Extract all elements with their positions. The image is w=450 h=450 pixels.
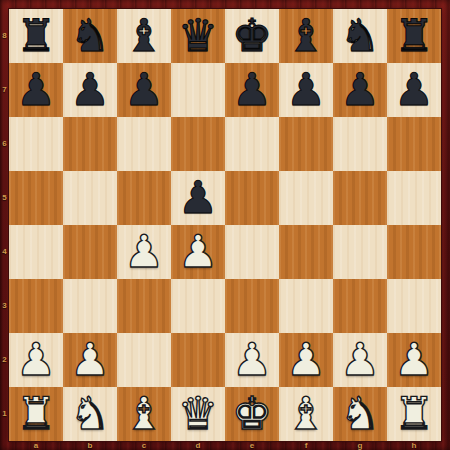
square-b1[interactable]: ♞ — [63, 387, 117, 441]
piece-black-pawn[interactable]: ♟ — [16, 63, 56, 117]
piece-black-rook[interactable]: ♜ — [16, 9, 56, 63]
square-b3[interactable] — [63, 279, 117, 333]
square-f7[interactable]: ♟ — [279, 63, 333, 117]
square-d2[interactable] — [171, 333, 225, 387]
square-g3[interactable] — [333, 279, 387, 333]
square-e6[interactable] — [225, 117, 279, 171]
file-label-a: a — [9, 441, 63, 450]
square-f6[interactable] — [279, 117, 333, 171]
square-f3[interactable] — [279, 279, 333, 333]
square-d4[interactable]: ♟ — [171, 225, 225, 279]
square-g6[interactable] — [333, 117, 387, 171]
square-d6[interactable] — [171, 117, 225, 171]
file-label-e: e — [225, 441, 279, 450]
rank-label-7: 7 — [0, 63, 9, 117]
piece-black-bishop[interactable]: ♝ — [286, 9, 326, 63]
rank-label-2: 2 — [0, 333, 9, 387]
square-b5[interactable] — [63, 171, 117, 225]
square-g1[interactable]: ♞ — [333, 387, 387, 441]
piece-black-pawn[interactable]: ♟ — [178, 171, 218, 225]
square-d8[interactable]: ♛ — [171, 9, 225, 63]
square-h5[interactable] — [387, 171, 441, 225]
piece-white-bishop[interactable]: ♝ — [286, 387, 326, 441]
square-h6[interactable] — [387, 117, 441, 171]
piece-white-pawn[interactable]: ♟ — [394, 333, 434, 387]
piece-white-bishop[interactable]: ♝ — [124, 387, 164, 441]
square-g5[interactable] — [333, 171, 387, 225]
piece-white-pawn[interactable]: ♟ — [16, 333, 56, 387]
piece-white-pawn[interactable]: ♟ — [286, 333, 326, 387]
square-g8[interactable]: ♞ — [333, 9, 387, 63]
square-d3[interactable] — [171, 279, 225, 333]
chess-board: ♜♞♝♛♚♝♞♜♟♟♟♟♟♟♟♟♟♟♟♟♟♟♟♟♜♞♝♛♚♝♞♜ — [9, 9, 441, 441]
piece-white-pawn[interactable]: ♟ — [70, 333, 110, 387]
square-b6[interactable] — [63, 117, 117, 171]
square-h1[interactable]: ♜ — [387, 387, 441, 441]
square-c7[interactable]: ♟ — [117, 63, 171, 117]
square-a6[interactable] — [9, 117, 63, 171]
piece-white-rook[interactable]: ♜ — [394, 387, 434, 441]
piece-white-knight[interactable]: ♞ — [70, 387, 110, 441]
square-e2[interactable]: ♟ — [225, 333, 279, 387]
square-a4[interactable] — [9, 225, 63, 279]
square-c2[interactable] — [117, 333, 171, 387]
piece-white-rook[interactable]: ♜ — [16, 387, 56, 441]
piece-white-pawn[interactable]: ♟ — [178, 225, 218, 279]
square-e7[interactable]: ♟ — [225, 63, 279, 117]
square-a5[interactable] — [9, 171, 63, 225]
square-c1[interactable]: ♝ — [117, 387, 171, 441]
square-h3[interactable] — [387, 279, 441, 333]
square-e1[interactable]: ♚ — [225, 387, 279, 441]
piece-black-pawn[interactable]: ♟ — [394, 63, 434, 117]
piece-black-pawn[interactable]: ♟ — [124, 63, 164, 117]
square-f5[interactable] — [279, 171, 333, 225]
square-h2[interactable]: ♟ — [387, 333, 441, 387]
square-c8[interactable]: ♝ — [117, 9, 171, 63]
piece-black-pawn[interactable]: ♟ — [340, 63, 380, 117]
rank-label-1: 1 — [0, 387, 9, 441]
square-e8[interactable]: ♚ — [225, 9, 279, 63]
square-g2[interactable]: ♟ — [333, 333, 387, 387]
square-c6[interactable] — [117, 117, 171, 171]
square-a8[interactable]: ♜ — [9, 9, 63, 63]
piece-white-queen[interactable]: ♛ — [178, 387, 218, 441]
square-e4[interactable] — [225, 225, 279, 279]
square-g4[interactable] — [333, 225, 387, 279]
square-a2[interactable]: ♟ — [9, 333, 63, 387]
square-f4[interactable] — [279, 225, 333, 279]
piece-white-pawn[interactable]: ♟ — [124, 225, 164, 279]
rank-label-5: 5 — [0, 171, 9, 225]
rank-label-6: 6 — [0, 117, 9, 171]
rank-label-8: 8 — [0, 9, 9, 63]
square-h8[interactable]: ♜ — [387, 9, 441, 63]
square-a3[interactable] — [9, 279, 63, 333]
piece-white-knight[interactable]: ♞ — [340, 387, 380, 441]
piece-black-knight[interactable]: ♞ — [70, 9, 110, 63]
rank-label-4: 4 — [0, 225, 9, 279]
piece-black-queen[interactable]: ♛ — [178, 9, 218, 63]
piece-black-pawn[interactable]: ♟ — [70, 63, 110, 117]
square-b2[interactable]: ♟ — [63, 333, 117, 387]
square-e3[interactable] — [225, 279, 279, 333]
square-a1[interactable]: ♜ — [9, 387, 63, 441]
square-c3[interactable] — [117, 279, 171, 333]
square-b4[interactable] — [63, 225, 117, 279]
file-label-c: c — [117, 441, 171, 450]
piece-black-knight[interactable]: ♞ — [340, 9, 380, 63]
piece-white-king[interactable]: ♚ — [232, 387, 272, 441]
square-h4[interactable] — [387, 225, 441, 279]
chess-board-frame: ♜♞♝♛♚♝♞♜♟♟♟♟♟♟♟♟♟♟♟♟♟♟♟♟♜♞♝♛♚♝♞♜ 8765432… — [0, 0, 450, 450]
square-f8[interactable]: ♝ — [279, 9, 333, 63]
square-f1[interactable]: ♝ — [279, 387, 333, 441]
file-label-g: g — [333, 441, 387, 450]
square-d7[interactable] — [171, 63, 225, 117]
square-d5[interactable]: ♟ — [171, 171, 225, 225]
file-label-h: h — [387, 441, 441, 450]
piece-white-pawn[interactable]: ♟ — [340, 333, 380, 387]
square-h7[interactable]: ♟ — [387, 63, 441, 117]
file-label-b: b — [63, 441, 117, 450]
square-b8[interactable]: ♞ — [63, 9, 117, 63]
square-d1[interactable]: ♛ — [171, 387, 225, 441]
square-g7[interactable]: ♟ — [333, 63, 387, 117]
file-label-d: d — [171, 441, 225, 450]
piece-black-pawn[interactable]: ♟ — [286, 63, 326, 117]
square-c5[interactable] — [117, 171, 171, 225]
square-a7[interactable]: ♟ — [9, 63, 63, 117]
piece-black-bishop[interactable]: ♝ — [124, 9, 164, 63]
file-label-f: f — [279, 441, 333, 450]
rank-label-3: 3 — [0, 279, 9, 333]
square-b7[interactable]: ♟ — [63, 63, 117, 117]
piece-black-rook[interactable]: ♜ — [394, 9, 434, 63]
piece-black-pawn[interactable]: ♟ — [232, 63, 272, 117]
piece-black-king[interactable]: ♚ — [232, 9, 272, 63]
piece-white-pawn[interactable]: ♟ — [232, 333, 272, 387]
square-f2[interactable]: ♟ — [279, 333, 333, 387]
square-e5[interactable] — [225, 171, 279, 225]
square-c4[interactable]: ♟ — [117, 225, 171, 279]
